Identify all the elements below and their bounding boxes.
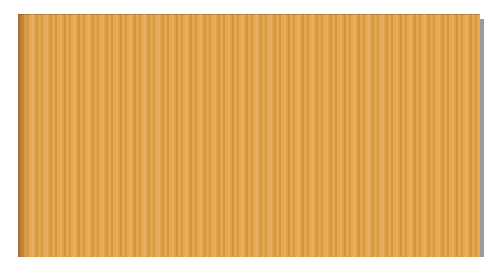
- board-right-shadow: [480, 19, 484, 257]
- board-left-bevel: [18, 14, 28, 257]
- go-diagram-page: [0, 0, 500, 257]
- go-board[interactable]: [18, 14, 480, 257]
